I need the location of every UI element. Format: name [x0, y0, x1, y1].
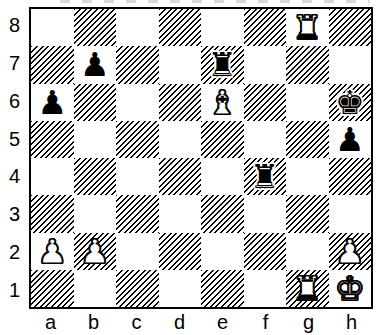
black-rook-f4[interactable]: ♜	[250, 160, 280, 193]
square-d3[interactable]	[159, 195, 202, 232]
square-a4[interactable]	[31, 158, 74, 195]
white-pawn-a2[interactable]: ♟	[37, 235, 67, 268]
square-g5[interactable]	[286, 121, 329, 158]
file-labels: abcdefgh	[29, 309, 373, 335]
square-b2[interactable]: ♟	[74, 233, 117, 270]
white-bishop-e6[interactable]: ♝	[207, 86, 237, 119]
rank-labels: 87654321	[0, 7, 29, 309]
black-pawn-a6[interactable]: ♟	[37, 86, 67, 119]
square-c5[interactable]	[116, 121, 159, 158]
square-b3[interactable]	[74, 195, 117, 232]
square-f6[interactable]	[244, 84, 287, 121]
file-label-a: a	[29, 309, 72, 335]
rank-label-4: 4	[0, 158, 29, 196]
file-label-c: c	[115, 309, 158, 335]
square-b4[interactable]	[74, 158, 117, 195]
black-pawn-h5[interactable]: ♟	[335, 123, 365, 156]
square-a8[interactable]	[31, 9, 74, 46]
square-g3[interactable]	[286, 195, 329, 232]
black-pawn-b7[interactable]: ♟	[80, 48, 110, 81]
rank-label-6: 6	[0, 83, 29, 121]
square-d4[interactable]	[159, 158, 202, 195]
square-e3[interactable]	[201, 195, 244, 232]
square-b8[interactable]	[74, 9, 117, 46]
square-b7[interactable]: ♟	[74, 46, 117, 83]
square-g4[interactable]	[286, 158, 329, 195]
square-g2[interactable]	[286, 233, 329, 270]
square-e7[interactable]: ♜	[201, 46, 244, 83]
square-a3[interactable]	[31, 195, 74, 232]
square-a5[interactable]	[31, 121, 74, 158]
square-d7[interactable]	[159, 46, 202, 83]
rank-label-1: 1	[0, 271, 29, 309]
chess-board: ♜♟♜♟♝♚♟♜♟♟♟♜♚	[29, 7, 373, 309]
black-king-h6[interactable]: ♚	[335, 86, 365, 119]
square-a2[interactable]: ♟	[31, 233, 74, 270]
square-e1[interactable]	[201, 270, 244, 307]
file-label-b: b	[72, 309, 115, 335]
square-h8[interactable]	[329, 9, 372, 46]
chess-diagram: 87654321 ♜♟♜♟♝♚♟♜♟♟♟♜♚ abcdefgh	[0, 0, 376, 335]
file-label-f: f	[244, 309, 287, 335]
square-b5[interactable]	[74, 121, 117, 158]
square-d5[interactable]	[159, 121, 202, 158]
file-label-d: d	[158, 309, 201, 335]
square-e4[interactable]	[201, 158, 244, 195]
square-c3[interactable]	[116, 195, 159, 232]
black-rook-e7[interactable]: ♜	[207, 48, 237, 81]
white-pawn-b2[interactable]: ♟	[80, 235, 110, 268]
square-h5[interactable]: ♟	[329, 121, 372, 158]
square-e5[interactable]	[201, 121, 244, 158]
file-label-g: g	[287, 309, 330, 335]
rank-label-7: 7	[0, 45, 29, 83]
square-f7[interactable]	[244, 46, 287, 83]
square-h1[interactable]: ♚	[329, 270, 372, 307]
white-rook-g8[interactable]: ♜	[292, 11, 322, 44]
square-e8[interactable]	[201, 9, 244, 46]
white-pawn-h2[interactable]: ♟	[335, 235, 365, 268]
rank-label-5: 5	[0, 120, 29, 158]
square-d2[interactable]	[159, 233, 202, 270]
square-h7[interactable]	[329, 46, 372, 83]
square-c6[interactable]	[116, 84, 159, 121]
rank-label-3: 3	[0, 196, 29, 234]
rank-label-2: 2	[0, 234, 29, 272]
cropped-content-sliver	[60, 0, 370, 3]
rank-label-8: 8	[0, 7, 29, 45]
square-c7[interactable]	[116, 46, 159, 83]
square-f8[interactable]	[244, 9, 287, 46]
square-a7[interactable]	[31, 46, 74, 83]
square-e2[interactable]	[201, 233, 244, 270]
square-d8[interactable]	[159, 9, 202, 46]
square-g1[interactable]: ♜	[286, 270, 329, 307]
square-f1[interactable]	[244, 270, 287, 307]
square-h3[interactable]	[329, 195, 372, 232]
square-f2[interactable]	[244, 233, 287, 270]
square-f5[interactable]	[244, 121, 287, 158]
square-d1[interactable]	[159, 270, 202, 307]
square-h4[interactable]	[329, 158, 372, 195]
square-c1[interactable]	[116, 270, 159, 307]
square-c2[interactable]	[116, 233, 159, 270]
file-label-e: e	[201, 309, 244, 335]
square-a6[interactable]: ♟	[31, 84, 74, 121]
square-b1[interactable]	[74, 270, 117, 307]
white-rook-g1[interactable]: ♜	[292, 272, 322, 305]
square-h6[interactable]: ♚	[329, 84, 372, 121]
square-d6[interactable]	[159, 84, 202, 121]
square-g7[interactable]	[286, 46, 329, 83]
square-e6[interactable]: ♝	[201, 84, 244, 121]
white-king-h1[interactable]: ♚	[335, 272, 365, 305]
square-g6[interactable]	[286, 84, 329, 121]
square-f4[interactable]: ♜	[244, 158, 287, 195]
square-g8[interactable]: ♜	[286, 9, 329, 46]
square-c4[interactable]	[116, 158, 159, 195]
square-h2[interactable]: ♟	[329, 233, 372, 270]
square-f3[interactable]	[244, 195, 287, 232]
square-b6[interactable]	[74, 84, 117, 121]
file-label-h: h	[330, 309, 373, 335]
square-c8[interactable]	[116, 9, 159, 46]
square-a1[interactable]	[31, 270, 74, 307]
